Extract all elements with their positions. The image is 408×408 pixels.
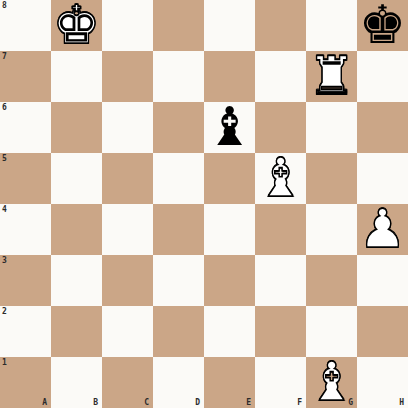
square-a7[interactable] <box>0 51 51 102</box>
square-h5[interactable] <box>357 153 408 204</box>
square-d5[interactable] <box>153 153 204 204</box>
square-b7[interactable] <box>51 51 102 102</box>
square-b1[interactable] <box>51 357 102 408</box>
square-c1[interactable] <box>102 357 153 408</box>
square-g4[interactable] <box>306 204 357 255</box>
chess-board: ♚♚♜♝♝♟♝87654321ABCDEFGH <box>0 0 408 408</box>
square-a3[interactable] <box>0 255 51 306</box>
square-f7[interactable] <box>255 51 306 102</box>
square-a1[interactable] <box>0 357 51 408</box>
square-e4[interactable] <box>204 204 255 255</box>
square-f4[interactable] <box>255 204 306 255</box>
piece-white-bishop[interactable]: ♝ <box>308 356 356 407</box>
square-a5[interactable] <box>0 153 51 204</box>
square-e5[interactable] <box>204 153 255 204</box>
square-g2[interactable] <box>306 306 357 357</box>
square-a8[interactable] <box>0 0 51 51</box>
square-f8[interactable] <box>255 0 306 51</box>
square-f3[interactable] <box>255 255 306 306</box>
square-d8[interactable] <box>153 0 204 51</box>
square-f1[interactable] <box>255 357 306 408</box>
square-h2[interactable] <box>357 306 408 357</box>
square-h4[interactable]: ♟ <box>357 204 408 255</box>
square-h8[interactable]: ♚ <box>357 0 408 51</box>
piece-black-bishop[interactable]: ♝ <box>206 101 254 152</box>
square-c6[interactable] <box>102 102 153 153</box>
piece-white-rook[interactable]: ♜ <box>308 50 356 101</box>
square-f2[interactable] <box>255 306 306 357</box>
square-c4[interactable] <box>102 204 153 255</box>
square-d6[interactable] <box>153 102 204 153</box>
square-b8[interactable]: ♚ <box>51 0 102 51</box>
square-b3[interactable] <box>51 255 102 306</box>
square-g5[interactable] <box>306 153 357 204</box>
square-h7[interactable] <box>357 51 408 102</box>
square-h3[interactable] <box>357 255 408 306</box>
square-f5[interactable]: ♝ <box>255 153 306 204</box>
square-g3[interactable] <box>306 255 357 306</box>
square-g1[interactable]: ♝ <box>306 357 357 408</box>
square-e7[interactable] <box>204 51 255 102</box>
square-h6[interactable] <box>357 102 408 153</box>
square-d4[interactable] <box>153 204 204 255</box>
square-e3[interactable] <box>204 255 255 306</box>
square-b2[interactable] <box>51 306 102 357</box>
piece-white-bishop[interactable]: ♝ <box>257 152 305 203</box>
square-g6[interactable] <box>306 102 357 153</box>
piece-white-pawn[interactable]: ♟ <box>359 203 407 254</box>
square-d7[interactable] <box>153 51 204 102</box>
square-b6[interactable] <box>51 102 102 153</box>
square-g7[interactable]: ♜ <box>306 51 357 102</box>
square-d1[interactable] <box>153 357 204 408</box>
square-a2[interactable] <box>0 306 51 357</box>
square-b5[interactable] <box>51 153 102 204</box>
square-c7[interactable] <box>102 51 153 102</box>
square-e1[interactable] <box>204 357 255 408</box>
square-c3[interactable] <box>102 255 153 306</box>
square-b4[interactable] <box>51 204 102 255</box>
square-e6[interactable]: ♝ <box>204 102 255 153</box>
square-d3[interactable] <box>153 255 204 306</box>
piece-white-king[interactable]: ♚ <box>53 0 101 50</box>
square-e2[interactable] <box>204 306 255 357</box>
square-d2[interactable] <box>153 306 204 357</box>
piece-black-king[interactable]: ♚ <box>359 0 407 50</box>
square-a6[interactable] <box>0 102 51 153</box>
square-c2[interactable] <box>102 306 153 357</box>
square-f6[interactable] <box>255 102 306 153</box>
square-a4[interactable] <box>0 204 51 255</box>
square-c8[interactable] <box>102 0 153 51</box>
square-c5[interactable] <box>102 153 153 204</box>
square-h1[interactable] <box>357 357 408 408</box>
square-g8[interactable] <box>306 0 357 51</box>
square-e8[interactable] <box>204 0 255 51</box>
